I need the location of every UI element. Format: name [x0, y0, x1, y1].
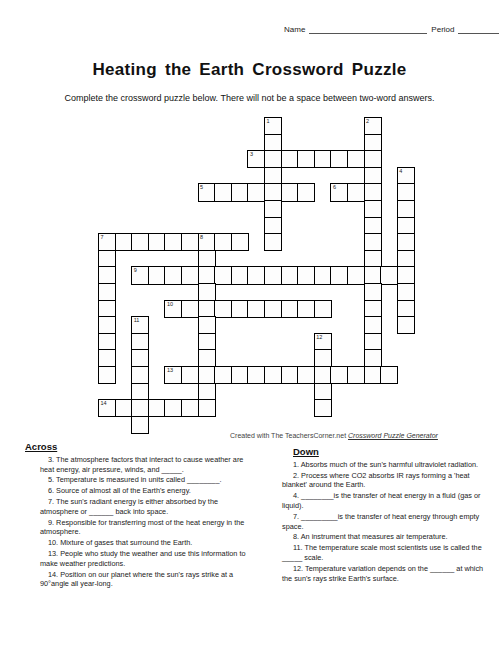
cell-number-9: 9 [134, 267, 137, 273]
grid-cell-r11c12[interactable] [297, 300, 315, 318]
grid-cell-r6c10[interactable] [264, 217, 282, 235]
grid-cell-r10c18[interactable] [397, 283, 415, 301]
cell-number-3: 3 [250, 151, 253, 157]
clue-across-9: 9. Responsible for transferring most of … [40, 518, 253, 538]
grid-cell-r15c12[interactable] [297, 366, 315, 384]
clue-down-11: 11. The temperature scale most scientist… [282, 543, 494, 563]
grid-cell-r15c7[interactable] [214, 366, 232, 384]
grid-cell-r12c18[interactable] [397, 316, 415, 334]
cell-number-11: 11 [134, 317, 140, 323]
grid-cell-r9c2[interactable]: 9 [131, 266, 149, 284]
clue-across-7: 7. The sun's radiant energy is either ab… [40, 497, 253, 517]
worksheet-page: Name Period Heating the Earth Crossword … [0, 0, 499, 659]
grid-cell-r6c18[interactable] [397, 217, 415, 235]
grid-cell-r5c10[interactable] [264, 200, 282, 218]
grid-cell-r15c11[interactable] [281, 366, 299, 384]
down-clue-list: 1. Absorbs much of the sun's harmful ult… [282, 460, 494, 584]
grid-cell-r11c9[interactable] [247, 300, 265, 318]
grid-cell-r17c1[interactable] [115, 399, 133, 417]
grid-cell-r12c0[interactable] [98, 316, 116, 334]
grid-cell-r15c9[interactable] [247, 366, 265, 384]
grid-cell-r11c11[interactable] [281, 300, 299, 318]
grid-cell-r7c5[interactable] [181, 233, 199, 251]
grid-cell-r15c14[interactable] [330, 366, 348, 384]
grid-cell-r4c10[interactable] [264, 183, 282, 201]
grid-cell-r9c0[interactable] [98, 266, 116, 284]
grid-cell-r12c6[interactable] [198, 316, 216, 334]
name-label: Name [284, 25, 305, 34]
grid-cell-r8c16[interactable] [364, 250, 382, 268]
grid-cell-r4c6[interactable]: 5 [198, 183, 216, 201]
grid-cell-r15c16[interactable] [364, 366, 382, 384]
grid-cell-r9c18[interactable] [397, 266, 415, 284]
grid-cell-r9c9[interactable] [247, 266, 265, 284]
grid-cell-r16c6[interactable] [198, 383, 216, 401]
grid-cell-r9c7[interactable] [214, 266, 232, 284]
grid-cell-r15c17[interactable] [380, 366, 398, 384]
grid-cell-r11c0[interactable] [98, 300, 116, 318]
grid-cell-r15c6[interactable] [198, 366, 216, 384]
cell-number-13: 13 [167, 367, 173, 373]
grid-cell-r15c13[interactable] [314, 366, 332, 384]
grid-cell-r15c15[interactable] [347, 366, 365, 384]
grid-cell-r10c16[interactable] [364, 283, 382, 301]
grid-cell-r7c18[interactable] [397, 233, 415, 251]
cell-number-14: 14 [101, 400, 107, 406]
grid-cell-r4c15[interactable] [347, 183, 365, 201]
grid-cell-r11c16[interactable] [364, 300, 382, 318]
across-clue-list: 3. The atmosphere factors that interact … [25, 455, 253, 589]
clue-down-7: 7. _________is the transfer of heat ener… [282, 512, 494, 532]
grid-cell-r7c16[interactable] [364, 233, 382, 251]
grid-cell-r2c11[interactable] [281, 150, 299, 168]
grid-cell-r3c16[interactable] [364, 167, 382, 185]
grid-cell-r7c0[interactable]: 7 [98, 233, 116, 251]
grid-cell-r9c3[interactable] [148, 266, 166, 284]
grid-cell-r17c3[interactable] [148, 399, 166, 417]
grid-cell-r17c4[interactable] [164, 399, 182, 417]
grid-cell-r13c6[interactable] [198, 333, 216, 351]
grid-cell-r7c8[interactable] [231, 233, 249, 251]
grid-cell-r6c16[interactable] [364, 217, 382, 235]
grid-cell-r18c2[interactable] [131, 416, 149, 434]
clue-across-3: 3. The atmosphere factors that interact … [40, 455, 253, 475]
grid-cell-r14c6[interactable] [198, 349, 216, 367]
grid-cell-r2c15[interactable] [347, 150, 365, 168]
grid-cell-r5c16[interactable] [364, 200, 382, 218]
grid-cell-r15c5[interactable] [181, 366, 199, 384]
clue-across-10: 10. Mixture of gases that surround the E… [40, 538, 253, 548]
clue-across-14: 14. Position on our planet where the sun… [40, 570, 253, 590]
grid-cell-r9c11[interactable] [281, 266, 299, 284]
grid-cell-r17c6[interactable] [198, 399, 216, 417]
grid-cell-r14c13[interactable] [314, 349, 332, 367]
grid-cell-r2c14[interactable] [330, 150, 348, 168]
grid-cell-r12c16[interactable] [364, 316, 382, 334]
grid-cell-r9c6[interactable] [198, 266, 216, 284]
grid-cell-r11c5[interactable] [181, 300, 199, 318]
name-blank-line[interactable] [309, 24, 427, 34]
across-heading: Across [25, 442, 253, 452]
grid-cell-r17c0[interactable]: 14 [98, 399, 116, 417]
grid-cell-r2c12[interactable] [297, 150, 315, 168]
grid-cell-r4c11[interactable] [281, 183, 299, 201]
across-clues-section: Across 3. The atmosphere factors that in… [25, 442, 253, 590]
grid-cell-r9c5[interactable] [181, 266, 199, 284]
grid-cell-r9c12[interactable] [297, 266, 315, 284]
clue-down-1: 1. Absorbs much of the sun's harmful ult… [282, 460, 494, 470]
clue-down-4: 4. ________is the transfer of heat energ… [282, 491, 494, 511]
grid-cell-r5c18[interactable] [397, 200, 415, 218]
grid-cell-r2c10[interactable] [264, 150, 282, 168]
grid-cell-r7c2[interactable] [131, 233, 149, 251]
grid-cell-r0c10[interactable]: 1 [264, 117, 282, 135]
clue-across-5: 5. Temperature is measured in units call… [40, 475, 253, 485]
grid-cell-r2c13[interactable] [314, 150, 332, 168]
cell-number-7: 7 [101, 234, 104, 240]
grid-cell-r12c2[interactable]: 11 [131, 316, 149, 334]
grid-cell-r15c0[interactable] [98, 366, 116, 384]
grid-cell-r10c6[interactable] [198, 283, 216, 301]
cell-number-4: 4 [399, 168, 402, 174]
down-clues-section: Down 1. Absorbs much of the sun's harmfu… [282, 447, 494, 584]
clue-down-2: 2. Process where CO2 absorbs IR rays for… [282, 471, 494, 491]
cell-number-8: 8 [200, 234, 203, 240]
grid-cell-r8c18[interactable] [397, 250, 415, 268]
grid-cell-r7c4[interactable] [164, 233, 182, 251]
grid-cell-r9c15[interactable] [347, 266, 365, 284]
grid-cell-r9c10[interactable] [264, 266, 282, 284]
grid-cell-r14c0[interactable] [98, 349, 116, 367]
grid-cell-r13c2[interactable] [131, 333, 149, 351]
grid-cell-r15c4[interactable]: 13 [164, 366, 182, 384]
grid-cell-r11c18[interactable] [397, 300, 415, 318]
grid-cell-r16c2[interactable] [131, 383, 149, 401]
grid-cell-r10c0[interactable] [98, 283, 116, 301]
period-label: Period [431, 25, 454, 34]
grid-cell-r11c6[interactable] [198, 300, 216, 318]
grid-cell-r0c16[interactable]: 2 [364, 117, 382, 135]
grid-cell-r1c16[interactable] [364, 134, 382, 152]
grid-cell-r8c0[interactable] [98, 250, 116, 268]
crossword-grid: 1234567891011121314 [98, 117, 416, 435]
name-period-row: Name Period [284, 24, 499, 34]
grid-cell-r11c13[interactable] [314, 300, 332, 318]
grid-cell-r16c13[interactable] [314, 383, 332, 401]
cell-number-1: 1 [267, 118, 270, 124]
credit-prefix: Created with The TeachersCorner.net [230, 432, 348, 439]
grid-cell-r11c7[interactable] [214, 300, 232, 318]
grid-cell-r14c2[interactable] [131, 349, 149, 367]
grid-cell-r9c8[interactable] [231, 266, 249, 284]
grid-cell-r8c6[interactable] [198, 250, 216, 268]
grid-cell-r9c16[interactable] [364, 266, 382, 284]
grid-cell-r9c17[interactable] [380, 266, 398, 284]
grid-cell-r13c0[interactable] [98, 333, 116, 351]
grid-cell-r3c10[interactable] [264, 167, 282, 185]
cell-number-12: 12 [316, 334, 322, 340]
grid-cell-r7c10[interactable] [264, 233, 282, 251]
credit-line: Created with The TeachersCorner.net Cros… [230, 432, 438, 439]
grid-cell-r4c18[interactable] [397, 183, 415, 201]
grid-cell-r7c6[interactable]: 8 [198, 233, 216, 251]
grid-cell-r11c8[interactable] [231, 300, 249, 318]
grid-cell-r11c4[interactable]: 10 [164, 300, 182, 318]
grid-cell-r1c10[interactable] [264, 134, 282, 152]
grid-cell-r17c2[interactable] [131, 399, 149, 417]
grid-cell-r15c2[interactable] [131, 366, 149, 384]
grid-cell-r17c13[interactable] [314, 399, 332, 417]
grid-cell-r7c7[interactable] [214, 233, 232, 251]
grid-cell-r4c8[interactable] [231, 183, 249, 201]
period-blank-line[interactable] [458, 24, 499, 34]
grid-cell-r4c9[interactable] [247, 183, 265, 201]
credit-generator-link[interactable]: Crossword Puzzle Generator [348, 432, 438, 439]
grid-cell-r15c8[interactable] [231, 366, 249, 384]
grid-cell-r2c9[interactable]: 3 [247, 150, 265, 168]
cell-number-10: 10 [167, 301, 173, 307]
grid-cell-r4c7[interactable] [214, 183, 232, 201]
grid-cell-r4c16[interactable] [364, 183, 382, 201]
down-heading: Down [293, 447, 494, 457]
clue-down-8: 8. An instrument that measures air tempe… [282, 532, 494, 542]
grid-cell-r7c1[interactable] [115, 233, 133, 251]
cell-number-6: 6 [333, 184, 336, 190]
grid-cell-r11c10[interactable] [264, 300, 282, 318]
grid-cell-r2c16[interactable] [364, 150, 382, 168]
grid-cell-r15c10[interactable] [264, 366, 282, 384]
grid-cell-r3c18[interactable]: 4 [397, 167, 415, 185]
cell-number-5: 5 [200, 184, 203, 190]
grid-cell-r14c16[interactable] [364, 349, 382, 367]
grid-cell-r9c13[interactable] [314, 266, 332, 284]
grid-cell-r4c12[interactable] [297, 183, 315, 201]
clue-across-6: 6. Source of almost all of the Earth's e… [40, 486, 253, 496]
clue-down-12: 12. Temperature variation depends on the… [282, 564, 494, 584]
grid-cell-r4c14[interactable]: 6 [330, 183, 348, 201]
clue-across-13: 13. People who study the weather and use… [40, 549, 253, 569]
instructions-text: Complete the crossword puzzle below. The… [0, 93, 499, 103]
grid-cell-r13c16[interactable] [364, 333, 382, 351]
cell-number-2: 2 [366, 118, 369, 124]
page-title: Heating the Earth Crossword Puzzle [0, 60, 499, 80]
grid-cell-r9c14[interactable] [330, 266, 348, 284]
grid-cell-r17c5[interactable] [181, 399, 199, 417]
grid-cell-r9c4[interactable] [164, 266, 182, 284]
grid-cell-r13c13[interactable]: 12 [314, 333, 332, 351]
grid-cell-r7c3[interactable] [148, 233, 166, 251]
